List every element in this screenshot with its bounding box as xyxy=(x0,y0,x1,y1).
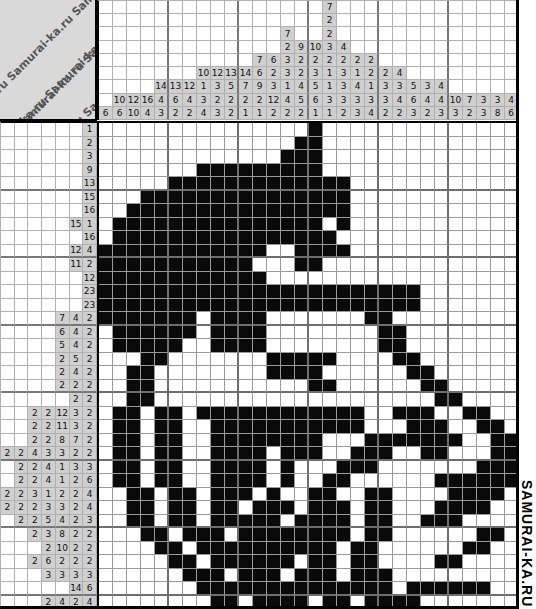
empty-cell[interactable] xyxy=(393,474,407,488)
empty-cell[interactable] xyxy=(379,555,393,569)
empty-cell[interactable] xyxy=(197,326,211,340)
filled-cell[interactable] xyxy=(477,488,491,502)
empty-cell[interactable] xyxy=(281,393,295,407)
empty-cell[interactable] xyxy=(407,258,421,272)
filled-cell[interactable] xyxy=(393,299,407,313)
filled-cell[interactable] xyxy=(267,204,281,218)
empty-cell[interactable] xyxy=(463,299,477,313)
filled-cell[interactable] xyxy=(183,299,197,313)
empty-cell[interactable] xyxy=(351,380,365,394)
filled-cell[interactable] xyxy=(113,407,127,421)
empty-cell[interactable] xyxy=(365,407,379,421)
empty-cell[interactable] xyxy=(197,150,211,164)
empty-cell[interactable] xyxy=(197,501,211,515)
filled-cell[interactable] xyxy=(267,231,281,245)
empty-cell[interactable] xyxy=(491,204,505,218)
filled-cell[interactable] xyxy=(211,542,225,556)
filled-cell[interactable] xyxy=(281,434,295,448)
empty-cell[interactable] xyxy=(393,191,407,205)
filled-cell[interactable] xyxy=(309,258,323,272)
filled-cell[interactable] xyxy=(379,285,393,299)
empty-cell[interactable] xyxy=(407,177,421,191)
empty-cell[interactable] xyxy=(211,380,225,394)
empty-cell[interactable] xyxy=(155,582,169,596)
filled-cell[interactable] xyxy=(407,420,421,434)
filled-cell[interactable] xyxy=(197,582,211,596)
empty-cell[interactable] xyxy=(477,447,491,461)
filled-cell[interactable] xyxy=(309,582,323,596)
filled-cell[interactable] xyxy=(211,245,225,259)
filled-cell[interactable] xyxy=(253,555,267,569)
empty-cell[interactable] xyxy=(435,461,449,475)
filled-cell[interactable] xyxy=(323,569,337,583)
filled-cell[interactable] xyxy=(197,231,211,245)
empty-cell[interactable] xyxy=(421,461,435,475)
empty-cell[interactable] xyxy=(449,177,463,191)
filled-cell[interactable] xyxy=(365,488,379,502)
filled-cell[interactable] xyxy=(113,285,127,299)
filled-cell[interactable] xyxy=(309,501,323,515)
filled-cell[interactable] xyxy=(155,326,169,340)
filled-cell[interactable] xyxy=(239,434,253,448)
filled-cell[interactable] xyxy=(267,299,281,313)
empty-cell[interactable] xyxy=(449,204,463,218)
empty-cell[interactable] xyxy=(477,272,491,286)
filled-cell[interactable] xyxy=(477,407,491,421)
empty-cell[interactable] xyxy=(463,150,477,164)
empty-cell[interactable] xyxy=(365,353,379,367)
filled-cell[interactable] xyxy=(141,380,155,394)
empty-cell[interactable] xyxy=(267,380,281,394)
empty-cell[interactable] xyxy=(365,393,379,407)
filled-cell[interactable] xyxy=(141,515,155,529)
empty-cell[interactable] xyxy=(365,164,379,178)
filled-cell[interactable] xyxy=(337,191,351,205)
filled-cell[interactable] xyxy=(155,204,169,218)
empty-cell[interactable] xyxy=(113,515,127,529)
empty-cell[interactable] xyxy=(365,326,379,340)
filled-cell[interactable] xyxy=(113,312,127,326)
filled-cell[interactable] xyxy=(211,326,225,340)
empty-cell[interactable] xyxy=(435,177,449,191)
filled-cell[interactable] xyxy=(253,407,267,421)
filled-cell[interactable] xyxy=(183,326,197,340)
empty-cell[interactable] xyxy=(435,488,449,502)
empty-cell[interactable] xyxy=(113,380,127,394)
empty-cell[interactable] xyxy=(365,339,379,353)
empty-cell[interactable] xyxy=(393,393,407,407)
empty-cell[interactable] xyxy=(435,164,449,178)
empty-cell[interactable] xyxy=(491,231,505,245)
filled-cell[interactable] xyxy=(155,258,169,272)
filled-cell[interactable] xyxy=(211,501,225,515)
empty-cell[interactable] xyxy=(99,164,113,178)
filled-cell[interactable] xyxy=(239,326,253,340)
filled-cell[interactable] xyxy=(99,312,113,326)
empty-cell[interactable] xyxy=(155,177,169,191)
filled-cell[interactable] xyxy=(379,447,393,461)
filled-cell[interactable] xyxy=(253,245,267,259)
empty-cell[interactable] xyxy=(351,150,365,164)
filled-cell[interactable] xyxy=(351,299,365,313)
empty-cell[interactable] xyxy=(183,339,197,353)
filled-cell[interactable] xyxy=(309,285,323,299)
empty-cell[interactable] xyxy=(435,407,449,421)
empty-cell[interactable] xyxy=(183,123,197,137)
empty-cell[interactable] xyxy=(127,164,141,178)
empty-cell[interactable] xyxy=(295,326,309,340)
empty-cell[interactable] xyxy=(337,555,351,569)
filled-cell[interactable] xyxy=(379,515,393,529)
empty-cell[interactable] xyxy=(435,191,449,205)
empty-cell[interactable] xyxy=(463,461,477,475)
filled-cell[interactable] xyxy=(211,515,225,529)
filled-cell[interactable] xyxy=(127,501,141,515)
filled-cell[interactable] xyxy=(323,245,337,259)
empty-cell[interactable] xyxy=(379,137,393,151)
empty-cell[interactable] xyxy=(141,447,155,461)
filled-cell[interactable] xyxy=(141,258,155,272)
empty-cell[interactable] xyxy=(393,447,407,461)
filled-cell[interactable] xyxy=(113,474,127,488)
filled-cell[interactable] xyxy=(169,542,183,556)
filled-cell[interactable] xyxy=(449,515,463,529)
empty-cell[interactable] xyxy=(169,582,183,596)
empty-cell[interactable] xyxy=(197,461,211,475)
empty-cell[interactable] xyxy=(183,150,197,164)
empty-cell[interactable] xyxy=(197,555,211,569)
empty-cell[interactable] xyxy=(379,393,393,407)
empty-cell[interactable] xyxy=(365,177,379,191)
filled-cell[interactable] xyxy=(155,272,169,286)
filled-cell[interactable] xyxy=(183,177,197,191)
filled-cell[interactable] xyxy=(211,231,225,245)
empty-cell[interactable] xyxy=(421,258,435,272)
empty-cell[interactable] xyxy=(435,312,449,326)
filled-cell[interactable] xyxy=(239,272,253,286)
empty-cell[interactable] xyxy=(477,569,491,583)
empty-cell[interactable] xyxy=(421,569,435,583)
filled-cell[interactable] xyxy=(211,582,225,596)
puzzle-grid[interactable] xyxy=(97,121,519,609)
filled-cell[interactable] xyxy=(197,164,211,178)
filled-cell[interactable] xyxy=(183,501,197,515)
empty-cell[interactable] xyxy=(407,272,421,286)
filled-cell[interactable] xyxy=(365,555,379,569)
filled-cell[interactable] xyxy=(379,582,393,596)
empty-cell[interactable] xyxy=(155,488,169,502)
filled-cell[interactable] xyxy=(435,447,449,461)
filled-cell[interactable] xyxy=(113,447,127,461)
empty-cell[interactable] xyxy=(407,474,421,488)
filled-cell[interactable] xyxy=(267,434,281,448)
empty-cell[interactable] xyxy=(491,272,505,286)
empty-cell[interactable] xyxy=(477,245,491,259)
empty-cell[interactable] xyxy=(239,501,253,515)
empty-cell[interactable] xyxy=(379,164,393,178)
filled-cell[interactable] xyxy=(421,380,435,394)
filled-cell[interactable] xyxy=(295,420,309,434)
empty-cell[interactable] xyxy=(337,366,351,380)
filled-cell[interactable] xyxy=(435,474,449,488)
filled-cell[interactable] xyxy=(225,326,239,340)
filled-cell[interactable] xyxy=(351,407,365,421)
filled-cell[interactable] xyxy=(281,474,295,488)
empty-cell[interactable] xyxy=(337,231,351,245)
empty-cell[interactable] xyxy=(183,474,197,488)
empty-cell[interactable] xyxy=(407,231,421,245)
empty-cell[interactable] xyxy=(211,353,225,367)
empty-cell[interactable] xyxy=(323,218,337,232)
filled-cell[interactable] xyxy=(477,420,491,434)
empty-cell[interactable] xyxy=(379,272,393,286)
empty-cell[interactable] xyxy=(309,272,323,286)
filled-cell[interactable] xyxy=(155,245,169,259)
empty-cell[interactable] xyxy=(337,488,351,502)
empty-cell[interactable] xyxy=(351,218,365,232)
filled-cell[interactable] xyxy=(127,420,141,434)
filled-cell[interactable] xyxy=(323,204,337,218)
empty-cell[interactable] xyxy=(393,515,407,529)
filled-cell[interactable] xyxy=(435,434,449,448)
empty-cell[interactable] xyxy=(379,258,393,272)
filled-cell[interactable] xyxy=(281,407,295,421)
filled-cell[interactable] xyxy=(225,245,239,259)
filled-cell[interactable] xyxy=(337,528,351,542)
empty-cell[interactable] xyxy=(337,339,351,353)
filled-cell[interactable] xyxy=(309,218,323,232)
filled-cell[interactable] xyxy=(337,245,351,259)
filled-cell[interactable] xyxy=(183,191,197,205)
filled-cell[interactable] xyxy=(435,380,449,394)
empty-cell[interactable] xyxy=(379,123,393,137)
empty-cell[interactable] xyxy=(267,258,281,272)
empty-cell[interactable] xyxy=(491,542,505,556)
filled-cell[interactable] xyxy=(197,542,211,556)
filled-cell[interactable] xyxy=(337,474,351,488)
empty-cell[interactable] xyxy=(113,123,127,137)
empty-cell[interactable] xyxy=(323,272,337,286)
empty-cell[interactable] xyxy=(393,555,407,569)
empty-cell[interactable] xyxy=(477,555,491,569)
filled-cell[interactable] xyxy=(211,299,225,313)
empty-cell[interactable] xyxy=(141,474,155,488)
empty-cell[interactable] xyxy=(337,447,351,461)
filled-cell[interactable] xyxy=(463,501,477,515)
filled-cell[interactable] xyxy=(211,488,225,502)
filled-cell[interactable] xyxy=(267,420,281,434)
empty-cell[interactable] xyxy=(197,515,211,529)
filled-cell[interactable] xyxy=(365,312,379,326)
empty-cell[interactable] xyxy=(435,218,449,232)
filled-cell[interactable] xyxy=(253,434,267,448)
empty-cell[interactable] xyxy=(407,164,421,178)
empty-cell[interactable] xyxy=(351,231,365,245)
empty-cell[interactable] xyxy=(155,555,169,569)
empty-cell[interactable] xyxy=(477,285,491,299)
empty-cell[interactable] xyxy=(407,501,421,515)
empty-cell[interactable] xyxy=(407,204,421,218)
empty-cell[interactable] xyxy=(407,393,421,407)
empty-cell[interactable] xyxy=(127,150,141,164)
filled-cell[interactable] xyxy=(295,177,309,191)
empty-cell[interactable] xyxy=(351,123,365,137)
filled-cell[interactable] xyxy=(477,542,491,556)
filled-cell[interactable] xyxy=(309,231,323,245)
empty-cell[interactable] xyxy=(393,420,407,434)
empty-cell[interactable] xyxy=(99,488,113,502)
empty-cell[interactable] xyxy=(99,474,113,488)
filled-cell[interactable] xyxy=(295,515,309,529)
empty-cell[interactable] xyxy=(407,150,421,164)
empty-cell[interactable] xyxy=(421,123,435,137)
filled-cell[interactable] xyxy=(421,420,435,434)
empty-cell[interactable] xyxy=(169,366,183,380)
filled-cell[interactable] xyxy=(239,339,253,353)
empty-cell[interactable] xyxy=(169,150,183,164)
filled-cell[interactable] xyxy=(127,461,141,475)
empty-cell[interactable] xyxy=(323,366,337,380)
empty-cell[interactable] xyxy=(183,137,197,151)
filled-cell[interactable] xyxy=(309,569,323,583)
filled-cell[interactable] xyxy=(295,218,309,232)
empty-cell[interactable] xyxy=(351,137,365,151)
empty-cell[interactable] xyxy=(253,258,267,272)
empty-cell[interactable] xyxy=(253,137,267,151)
filled-cell[interactable] xyxy=(127,272,141,286)
empty-cell[interactable] xyxy=(407,137,421,151)
empty-cell[interactable] xyxy=(197,123,211,137)
filled-cell[interactable] xyxy=(295,366,309,380)
empty-cell[interactable] xyxy=(463,380,477,394)
empty-cell[interactable] xyxy=(99,555,113,569)
empty-cell[interactable] xyxy=(295,461,309,475)
filled-cell[interactable] xyxy=(141,366,155,380)
empty-cell[interactable] xyxy=(449,339,463,353)
filled-cell[interactable] xyxy=(337,501,351,515)
filled-cell[interactable] xyxy=(267,191,281,205)
empty-cell[interactable] xyxy=(253,393,267,407)
empty-cell[interactable] xyxy=(197,353,211,367)
empty-cell[interactable] xyxy=(477,515,491,529)
filled-cell[interactable] xyxy=(309,137,323,151)
filled-cell[interactable] xyxy=(225,312,239,326)
empty-cell[interactable] xyxy=(393,272,407,286)
filled-cell[interactable] xyxy=(239,231,253,245)
empty-cell[interactable] xyxy=(183,542,197,556)
filled-cell[interactable] xyxy=(309,150,323,164)
filled-cell[interactable] xyxy=(169,339,183,353)
filled-cell[interactable] xyxy=(155,542,169,556)
empty-cell[interactable] xyxy=(435,137,449,151)
empty-cell[interactable] xyxy=(99,204,113,218)
filled-cell[interactable] xyxy=(239,258,253,272)
filled-cell[interactable] xyxy=(113,272,127,286)
empty-cell[interactable] xyxy=(421,137,435,151)
filled-cell[interactable] xyxy=(211,474,225,488)
filled-cell[interactable] xyxy=(169,245,183,259)
filled-cell[interactable] xyxy=(239,528,253,542)
empty-cell[interactable] xyxy=(141,555,155,569)
empty-cell[interactable] xyxy=(463,191,477,205)
filled-cell[interactable] xyxy=(309,528,323,542)
empty-cell[interactable] xyxy=(351,515,365,529)
empty-cell[interactable] xyxy=(351,204,365,218)
empty-cell[interactable] xyxy=(393,150,407,164)
filled-cell[interactable] xyxy=(183,204,197,218)
empty-cell[interactable] xyxy=(323,137,337,151)
empty-cell[interactable] xyxy=(421,501,435,515)
empty-cell[interactable] xyxy=(477,326,491,340)
empty-cell[interactable] xyxy=(393,258,407,272)
filled-cell[interactable] xyxy=(155,339,169,353)
filled-cell[interactable] xyxy=(365,582,379,596)
filled-cell[interactable] xyxy=(253,515,267,529)
filled-cell[interactable] xyxy=(281,447,295,461)
filled-cell[interactable] xyxy=(295,285,309,299)
filled-cell[interactable] xyxy=(379,326,393,340)
empty-cell[interactable] xyxy=(491,137,505,151)
empty-cell[interactable] xyxy=(99,447,113,461)
empty-cell[interactable] xyxy=(379,407,393,421)
filled-cell[interactable] xyxy=(435,393,449,407)
filled-cell[interactable] xyxy=(239,204,253,218)
empty-cell[interactable] xyxy=(169,393,183,407)
empty-cell[interactable] xyxy=(169,137,183,151)
filled-cell[interactable] xyxy=(281,164,295,178)
filled-cell[interactable] xyxy=(155,461,169,475)
filled-cell[interactable] xyxy=(491,488,505,502)
empty-cell[interactable] xyxy=(99,407,113,421)
empty-cell[interactable] xyxy=(477,137,491,151)
empty-cell[interactable] xyxy=(113,164,127,178)
filled-cell[interactable] xyxy=(309,366,323,380)
empty-cell[interactable] xyxy=(463,231,477,245)
filled-cell[interactable] xyxy=(491,447,505,461)
empty-cell[interactable] xyxy=(323,312,337,326)
filled-cell[interactable] xyxy=(267,285,281,299)
filled-cell[interactable] xyxy=(309,191,323,205)
empty-cell[interactable] xyxy=(127,528,141,542)
empty-cell[interactable] xyxy=(351,258,365,272)
empty-cell[interactable] xyxy=(197,474,211,488)
filled-cell[interactable] xyxy=(113,326,127,340)
filled-cell[interactable] xyxy=(309,488,323,502)
empty-cell[interactable] xyxy=(113,191,127,205)
empty-cell[interactable] xyxy=(435,542,449,556)
empty-cell[interactable] xyxy=(421,272,435,286)
filled-cell[interactable] xyxy=(323,380,337,394)
empty-cell[interactable] xyxy=(113,204,127,218)
filled-cell[interactable] xyxy=(253,177,267,191)
filled-cell[interactable] xyxy=(435,515,449,529)
filled-cell[interactable] xyxy=(281,285,295,299)
empty-cell[interactable] xyxy=(99,569,113,583)
filled-cell[interactable] xyxy=(197,528,211,542)
filled-cell[interactable] xyxy=(211,177,225,191)
filled-cell[interactable] xyxy=(323,420,337,434)
filled-cell[interactable] xyxy=(169,447,183,461)
empty-cell[interactable] xyxy=(225,366,239,380)
empty-cell[interactable] xyxy=(197,447,211,461)
empty-cell[interactable] xyxy=(337,542,351,556)
empty-cell[interactable] xyxy=(407,528,421,542)
filled-cell[interactable] xyxy=(197,569,211,583)
empty-cell[interactable] xyxy=(477,312,491,326)
filled-cell[interactable] xyxy=(169,191,183,205)
filled-cell[interactable] xyxy=(127,474,141,488)
empty-cell[interactable] xyxy=(463,164,477,178)
